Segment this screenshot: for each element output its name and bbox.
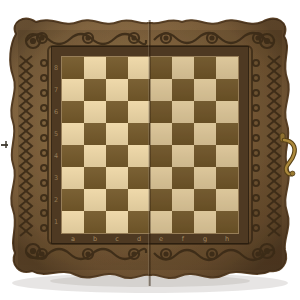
square-c4[interactable] [106, 145, 128, 167]
square-h4[interactable] [216, 145, 238, 167]
square-a3[interactable] [62, 167, 84, 189]
square-e3[interactable] [150, 167, 172, 189]
square-g5[interactable] [194, 123, 216, 145]
square-f8[interactable] [172, 57, 194, 79]
square-e2[interactable] [150, 189, 172, 211]
square-c7[interactable] [106, 79, 128, 101]
square-d1[interactable] [128, 211, 150, 233]
product-photo: abcdefgh 87654321 [0, 0, 300, 300]
square-f6[interactable] [172, 101, 194, 123]
square-f1[interactable] [172, 211, 194, 233]
square-a7[interactable] [62, 79, 84, 101]
square-c2[interactable] [106, 189, 128, 211]
square-b5[interactable] [84, 123, 106, 145]
square-b3[interactable] [84, 167, 106, 189]
square-b1[interactable] [84, 211, 106, 233]
square-g4[interactable] [194, 145, 216, 167]
square-c6[interactable] [106, 101, 128, 123]
square-b7[interactable] [84, 79, 106, 101]
square-d8[interactable] [128, 57, 150, 79]
square-f5[interactable] [172, 123, 194, 145]
square-a8[interactable] [62, 57, 84, 79]
square-h3[interactable] [216, 167, 238, 189]
square-a5[interactable] [62, 123, 84, 145]
square-c8[interactable] [106, 57, 128, 79]
square-d2[interactable] [128, 189, 150, 211]
square-a2[interactable] [62, 189, 84, 211]
square-a1[interactable] [62, 211, 84, 233]
latch-pin-icon [1, 141, 8, 148]
square-e7[interactable] [150, 79, 172, 101]
square-a6[interactable] [62, 101, 84, 123]
square-d5[interactable] [128, 123, 150, 145]
square-c1[interactable] [106, 211, 128, 233]
square-b6[interactable] [84, 101, 106, 123]
square-c5[interactable] [106, 123, 128, 145]
square-f7[interactable] [172, 79, 194, 101]
square-h7[interactable] [216, 79, 238, 101]
square-g8[interactable] [194, 57, 216, 79]
square-e8[interactable] [150, 57, 172, 79]
square-d7[interactable] [128, 79, 150, 101]
square-e6[interactable] [150, 101, 172, 123]
square-a4[interactable] [62, 145, 84, 167]
square-f3[interactable] [172, 167, 194, 189]
chess-board[interactable] [62, 57, 238, 233]
square-d6[interactable] [128, 101, 150, 123]
square-h1[interactable] [216, 211, 238, 233]
square-g7[interactable] [194, 79, 216, 101]
square-b4[interactable] [84, 145, 106, 167]
square-d3[interactable] [128, 167, 150, 189]
square-h6[interactable] [216, 101, 238, 123]
square-g6[interactable] [194, 101, 216, 123]
square-h8[interactable] [216, 57, 238, 79]
square-h5[interactable] [216, 123, 238, 145]
square-f4[interactable] [172, 145, 194, 167]
square-g3[interactable] [194, 167, 216, 189]
square-e5[interactable] [150, 123, 172, 145]
square-h2[interactable] [216, 189, 238, 211]
square-g2[interactable] [194, 189, 216, 211]
square-b2[interactable] [84, 189, 106, 211]
square-d4[interactable] [128, 145, 150, 167]
square-c3[interactable] [106, 167, 128, 189]
square-e4[interactable] [150, 145, 172, 167]
square-g1[interactable] [194, 211, 216, 233]
square-b8[interactable] [84, 57, 106, 79]
square-f2[interactable] [172, 189, 194, 211]
square-e1[interactable] [150, 211, 172, 233]
